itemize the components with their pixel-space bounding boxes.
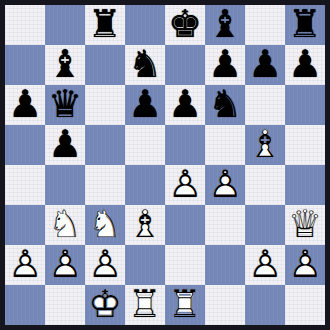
square-a6[interactable]: ♟: [5, 85, 45, 125]
piece-fill-glyph: ♟: [285, 244, 325, 284]
square-b4[interactable]: [45, 165, 85, 205]
white-bishop-g5[interactable]: ♝♗: [245, 125, 285, 165]
piece-outline-glyph: ♙: [285, 244, 325, 284]
square-h2[interactable]: ♟♙: [285, 245, 325, 285]
square-b7[interactable]: ♝: [45, 45, 85, 85]
square-h4[interactable]: [285, 165, 325, 205]
board-frame: ♜♚♝♜♝♞♟♟♟♟♛♟♟♞♟♝♗♟♙♟♙♞♘♞♘♝♗♛♕♟♙♟♙♟♙♟♙♟♙♚…: [0, 0, 330, 330]
black-knight-d7[interactable]: ♞: [125, 45, 165, 85]
piece-fill-glyph: ♚: [85, 284, 125, 324]
square-b5[interactable]: ♟: [45, 125, 85, 165]
square-e2[interactable]: [165, 245, 205, 285]
black-knight-f6[interactable]: ♞: [205, 85, 245, 125]
piece-fill-glyph: ♟: [285, 44, 325, 84]
square-h6[interactable]: [285, 85, 325, 125]
piece-outline-glyph: ♙: [45, 244, 85, 284]
square-h7[interactable]: ♟: [285, 45, 325, 85]
piece-fill-glyph: ♜: [85, 4, 125, 44]
piece-fill-glyph: ♝: [205, 4, 245, 44]
white-pawn-a2[interactable]: ♟♙: [5, 245, 45, 285]
black-pawn-h7[interactable]: ♟: [285, 45, 325, 85]
black-pawn-f7[interactable]: ♟: [205, 45, 245, 85]
piece-outline-glyph: ♙: [205, 164, 245, 204]
square-a8[interactable]: [5, 5, 45, 45]
piece-fill-glyph: ♟: [205, 164, 245, 204]
black-rook-c8[interactable]: ♜: [85, 5, 125, 45]
black-pawn-a6[interactable]: ♟: [5, 85, 45, 125]
square-h5[interactable]: [285, 125, 325, 165]
square-f6[interactable]: ♞: [205, 85, 245, 125]
piece-outline-glyph: ♘: [45, 204, 85, 244]
piece-fill-glyph: ♟: [205, 44, 245, 84]
piece-outline-glyph: ♔: [85, 284, 125, 324]
white-pawn-f4[interactable]: ♟♙: [205, 165, 245, 205]
piece-fill-glyph: ♟: [5, 84, 45, 124]
square-g3[interactable]: [245, 205, 285, 245]
square-e7[interactable]: [165, 45, 205, 85]
white-pawn-e4[interactable]: ♟♙: [165, 165, 205, 205]
piece-fill-glyph: ♜: [285, 4, 325, 44]
square-f4[interactable]: ♟♙: [205, 165, 245, 205]
white-rook-e1[interactable]: ♜♖: [165, 285, 205, 325]
square-c8[interactable]: ♜: [85, 5, 125, 45]
piece-fill-glyph: ♝: [245, 124, 285, 164]
square-g2[interactable]: ♟♙: [245, 245, 285, 285]
piece-fill-glyph: ♞: [205, 84, 245, 124]
piece-fill-glyph: ♞: [45, 204, 85, 244]
square-d1[interactable]: ♜♖: [125, 285, 165, 325]
square-c5[interactable]: [85, 125, 125, 165]
square-g8[interactable]: [245, 5, 285, 45]
square-b3[interactable]: ♞♘: [45, 205, 85, 245]
square-h1[interactable]: [285, 285, 325, 325]
piece-outline-glyph: ♙: [165, 164, 205, 204]
piece-fill-glyph: ♟: [45, 124, 85, 164]
piece-fill-glyph: ♝: [125, 204, 165, 244]
piece-fill-glyph: ♞: [85, 204, 125, 244]
square-d7[interactable]: ♞: [125, 45, 165, 85]
piece-fill-glyph: ♟: [245, 244, 285, 284]
white-knight-c3[interactable]: ♞♘: [85, 205, 125, 245]
piece-fill-glyph: ♟: [165, 164, 205, 204]
black-pawn-d6[interactable]: ♟: [125, 85, 165, 125]
square-e8[interactable]: ♚: [165, 5, 205, 45]
square-e5[interactable]: [165, 125, 205, 165]
piece-fill-glyph: ♟: [125, 84, 165, 124]
square-f7[interactable]: ♟: [205, 45, 245, 85]
square-e6[interactable]: ♟: [165, 85, 205, 125]
black-queen-b6[interactable]: ♛: [45, 85, 85, 125]
chess-board: ♜♚♝♜♝♞♟♟♟♟♛♟♟♞♟♝♗♟♙♟♙♞♘♞♘♝♗♛♕♟♙♟♙♟♙♟♙♟♙♚…: [5, 5, 325, 325]
square-d3[interactable]: ♝♗: [125, 205, 165, 245]
square-d4[interactable]: [125, 165, 165, 205]
piece-fill-glyph: ♟: [245, 44, 285, 84]
square-e1[interactable]: ♜♖: [165, 285, 205, 325]
white-rook-d1[interactable]: ♜♖: [125, 285, 165, 325]
piece-fill-glyph: ♝: [45, 44, 85, 84]
square-b8[interactable]: [45, 5, 85, 45]
square-f5[interactable]: [205, 125, 245, 165]
square-f2[interactable]: [205, 245, 245, 285]
white-pawn-b2[interactable]: ♟♙: [45, 245, 85, 285]
white-pawn-c2[interactable]: ♟♙: [85, 245, 125, 285]
piece-fill-glyph: ♛: [285, 204, 325, 244]
square-g1[interactable]: [245, 285, 285, 325]
square-e4[interactable]: ♟♙: [165, 165, 205, 205]
square-c4[interactable]: [85, 165, 125, 205]
black-bishop-f8[interactable]: ♝: [205, 5, 245, 45]
square-g6[interactable]: [245, 85, 285, 125]
piece-fill-glyph: ♜: [165, 284, 205, 324]
square-g5[interactable]: ♝♗: [245, 125, 285, 165]
piece-fill-glyph: ♞: [125, 44, 165, 84]
white-knight-b3[interactable]: ♞♘: [45, 205, 85, 245]
piece-outline-glyph: ♙: [5, 244, 45, 284]
square-d2[interactable]: [125, 245, 165, 285]
piece-outline-glyph: ♘: [85, 204, 125, 244]
square-h3[interactable]: ♛♕: [285, 205, 325, 245]
black-king-e8[interactable]: ♚: [165, 5, 205, 45]
square-b2[interactable]: ♟♙: [45, 245, 85, 285]
piece-outline-glyph: ♙: [85, 244, 125, 284]
square-h8[interactable]: ♜: [285, 5, 325, 45]
piece-outline-glyph: ♖: [165, 284, 205, 324]
square-b6[interactable]: ♛: [45, 85, 85, 125]
square-d5[interactable]: [125, 125, 165, 165]
square-a7[interactable]: [5, 45, 45, 85]
square-g7[interactable]: ♟: [245, 45, 285, 85]
square-c2[interactable]: ♟♙: [85, 245, 125, 285]
square-a2[interactable]: ♟♙: [5, 245, 45, 285]
piece-fill-glyph: ♟: [85, 244, 125, 284]
white-king-c1[interactable]: ♚♔: [85, 285, 125, 325]
square-d6[interactable]: ♟: [125, 85, 165, 125]
square-c1[interactable]: ♚♔: [85, 285, 125, 325]
white-pawn-g2[interactable]: ♟♙: [245, 245, 285, 285]
piece-fill-glyph: ♟: [165, 84, 205, 124]
piece-fill-glyph: ♛: [45, 84, 85, 124]
square-a3[interactable]: [5, 205, 45, 245]
square-c7[interactable]: [85, 45, 125, 85]
piece-outline-glyph: ♕: [285, 204, 325, 244]
square-f1[interactable]: [205, 285, 245, 325]
white-queen-h3[interactable]: ♛♕: [285, 205, 325, 245]
piece-fill-glyph: ♟: [45, 244, 85, 284]
square-a5[interactable]: [5, 125, 45, 165]
black-rook-h8[interactable]: ♜: [285, 5, 325, 45]
square-d8[interactable]: [125, 5, 165, 45]
white-bishop-d3[interactable]: ♝♗: [125, 205, 165, 245]
black-pawn-b5[interactable]: ♟: [45, 125, 85, 165]
black-pawn-g7[interactable]: ♟: [245, 45, 285, 85]
square-c6[interactable]: [85, 85, 125, 125]
black-bishop-b7[interactable]: ♝: [45, 45, 85, 85]
square-b1[interactable]: [45, 285, 85, 325]
square-e3[interactable]: [165, 205, 205, 245]
piece-fill-glyph: ♟: [5, 244, 45, 284]
piece-outline-glyph: ♗: [245, 124, 285, 164]
piece-fill-glyph: ♜: [125, 284, 165, 324]
piece-fill-glyph: ♚: [165, 4, 205, 44]
square-c3[interactable]: ♞♘: [85, 205, 125, 245]
square-f8[interactable]: ♝: [205, 5, 245, 45]
white-pawn-h2[interactable]: ♟♙: [285, 245, 325, 285]
square-f3[interactable]: [205, 205, 245, 245]
square-a1[interactable]: [5, 285, 45, 325]
piece-outline-glyph: ♗: [125, 204, 165, 244]
piece-outline-glyph: ♖: [125, 284, 165, 324]
piece-outline-glyph: ♙: [245, 244, 285, 284]
black-pawn-e6[interactable]: ♟: [165, 85, 205, 125]
square-g4[interactable]: [245, 165, 285, 205]
square-a4[interactable]: [5, 165, 45, 205]
